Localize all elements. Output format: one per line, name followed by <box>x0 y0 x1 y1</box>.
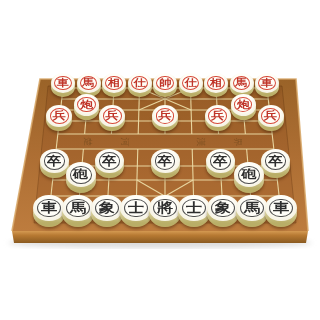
piece-face: 相 <box>204 73 228 93</box>
piece-ring: 車 <box>258 76 275 90</box>
piece-glyph: 車 <box>261 78 273 88</box>
piece-red-soldier[interactable]: 兵 <box>258 105 284 131</box>
piece-glyph: 象 <box>99 201 115 214</box>
piece-red-chariot[interactable]: 車 <box>255 73 279 97</box>
piece-ring: 兵 <box>208 108 227 123</box>
piece-glyph: 車 <box>273 201 289 214</box>
piece-glyph: 兵 <box>264 111 277 122</box>
piece-glyph: 馬 <box>244 201 260 214</box>
piece-glyph: 兵 <box>53 111 66 122</box>
piece-red-elephant[interactable]: 相 <box>204 73 228 97</box>
piece-glyph: 將 <box>157 201 173 214</box>
piece-red-cannon[interactable]: 炮 <box>231 94 256 120</box>
piece-face: 兵 <box>258 105 284 127</box>
piece-face: 兵 <box>46 105 72 127</box>
piece-red-advisor[interactable]: 仕 <box>128 73 152 97</box>
piece-red-soldier[interactable]: 兵 <box>46 105 72 131</box>
piece-black-chariot[interactable]: 車 <box>33 195 65 227</box>
piece-red-soldier[interactable]: 兵 <box>205 105 231 131</box>
piece-ring: 卒 <box>44 152 65 169</box>
piece-face: 兵 <box>99 105 125 127</box>
piece-ring: 卒 <box>155 152 176 169</box>
piece-glyph: 帥 <box>159 78 171 88</box>
piece-black-soldier[interactable]: 卒 <box>151 149 180 178</box>
piece-ring: 砲 <box>238 166 260 184</box>
piece-face: 車 <box>51 73 75 93</box>
piece-ring: 炮 <box>234 97 252 112</box>
piece-glyph: 卒 <box>213 155 228 167</box>
piece-glyph: 炮 <box>237 100 250 110</box>
piece-face: 車 <box>255 73 279 93</box>
piece-face: 兵 <box>152 105 178 127</box>
piece-glyph: 卒 <box>47 155 62 167</box>
piece-ring: 相 <box>105 76 122 90</box>
piece-glyph: 卒 <box>102 155 117 167</box>
piece-face: 炮 <box>231 94 256 115</box>
piece-ring: 砲 <box>70 166 92 184</box>
piece-glyph: 士 <box>186 201 202 214</box>
piece-face: 卒 <box>151 149 180 173</box>
xiangqi-board-photo: 楚河漢界 車馬相仕帥仕相馬車炮炮兵兵兵兵兵卒卒卒卒卒砲砲車馬象士將士象馬車 <box>0 0 320 320</box>
piece-face: 炮 <box>74 94 99 115</box>
piece-ring: 士 <box>182 199 205 218</box>
piece-ring: 馬 <box>66 199 89 218</box>
piece-face: 兵 <box>205 105 231 127</box>
piece-black-horse[interactable]: 馬 <box>236 195 268 227</box>
piece-glyph: 象 <box>215 201 231 214</box>
piece-glyph: 兵 <box>158 111 171 122</box>
piece-black-chariot[interactable]: 車 <box>265 195 297 227</box>
piece-glyph: 砲 <box>242 169 257 181</box>
piece-glyph: 車 <box>57 78 69 88</box>
piece-ring: 卒 <box>265 152 286 169</box>
piece-ring: 將 <box>153 199 176 218</box>
piece-glyph: 馬 <box>82 78 94 88</box>
piece-glyph: 砲 <box>73 169 88 181</box>
piece-ring: 馬 <box>233 76 250 90</box>
piece-ring: 仕 <box>182 76 199 90</box>
piece-ring: 兵 <box>261 108 280 123</box>
piece-ring: 卒 <box>210 152 231 169</box>
piece-black-soldier[interactable]: 卒 <box>40 149 69 178</box>
piece-face: 仕 <box>128 73 152 93</box>
piece-black-soldier[interactable]: 卒 <box>261 149 290 178</box>
piece-black-soldier[interactable]: 卒 <box>206 149 235 178</box>
piece-glyph: 炮 <box>80 100 93 110</box>
piece-ring: 炮 <box>77 97 95 112</box>
piece-glyph: 馬 <box>235 78 247 88</box>
piece-ring: 車 <box>37 199 60 218</box>
piece-glyph: 兵 <box>211 111 224 122</box>
piece-glyph: 仕 <box>184 78 196 88</box>
piece-black-cannon[interactable]: 砲 <box>66 162 96 192</box>
piece-glyph: 卒 <box>158 155 173 167</box>
piece-ring: 兵 <box>103 108 122 123</box>
piece-glyph: 車 <box>41 201 57 214</box>
piece-glyph: 馬 <box>70 201 86 214</box>
piece-ring: 車 <box>54 76 71 90</box>
piece-face: 馬 <box>77 73 101 93</box>
piece-red-soldier[interactable]: 兵 <box>152 105 178 131</box>
piece-black-advisor[interactable]: 士 <box>178 195 210 227</box>
piece-ring: 兵 <box>50 108 69 123</box>
piece-glyph: 仕 <box>133 78 145 88</box>
piece-ring: 卒 <box>99 152 120 169</box>
piece-black-general[interactable]: 將 <box>149 195 181 227</box>
piece-black-soldier[interactable]: 卒 <box>95 149 124 178</box>
piece-ring: 馬 <box>80 76 97 90</box>
piece-face: 卒 <box>40 149 69 173</box>
piece-red-advisor[interactable]: 仕 <box>179 73 203 97</box>
piece-ring: 兵 <box>156 108 175 123</box>
piece-ring: 象 <box>211 199 234 218</box>
piece-face: 仕 <box>179 73 203 93</box>
piece-glyph: 相 <box>210 78 222 88</box>
piece-face: 帥 <box>153 73 177 93</box>
piece-red-cannon[interactable]: 炮 <box>74 94 99 120</box>
piece-black-advisor[interactable]: 士 <box>120 195 152 227</box>
piece-red-elephant[interactable]: 相 <box>102 73 126 97</box>
piece-red-general[interactable]: 帥 <box>153 73 177 97</box>
piece-glyph: 兵 <box>106 111 119 122</box>
piece-ring: 帥 <box>156 76 173 90</box>
piece-ring: 象 <box>95 199 118 218</box>
piece-face: 相 <box>102 73 126 93</box>
piece-glyph: 士 <box>128 201 144 214</box>
piece-ring: 仕 <box>131 76 148 90</box>
piece-black-cannon[interactable]: 砲 <box>234 162 264 192</box>
piece-black-elephant[interactable]: 象 <box>207 195 239 227</box>
piece-red-chariot[interactable]: 車 <box>51 73 75 97</box>
piece-red-soldier[interactable]: 兵 <box>99 105 125 131</box>
piece-face: 馬 <box>230 73 254 93</box>
piece-ring: 相 <box>207 76 224 90</box>
piece-ring: 車 <box>269 199 292 218</box>
pieces-layer: 車馬相仕帥仕相馬車炮炮兵兵兵兵兵卒卒卒卒卒砲砲車馬象士將士象馬車 <box>0 0 320 320</box>
piece-glyph: 卒 <box>268 155 283 167</box>
piece-glyph: 相 <box>108 78 120 88</box>
piece-ring: 馬 <box>240 199 263 218</box>
piece-black-horse[interactable]: 馬 <box>62 195 94 227</box>
piece-face: 卒 <box>95 149 124 173</box>
piece-black-elephant[interactable]: 象 <box>91 195 123 227</box>
piece-ring: 士 <box>124 199 147 218</box>
piece-face: 卒 <box>206 149 235 173</box>
